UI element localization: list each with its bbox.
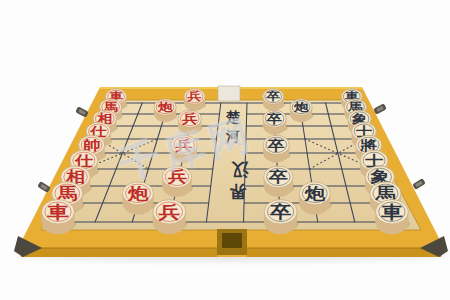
svg-text:楚: 楚 [225,110,241,125]
fold-clasp [373,103,387,114]
svg-text:兵: 兵 [181,113,198,126]
piece-red-soldier[interactable]: 兵 [171,135,198,162]
svg-text:炮: 炮 [127,185,149,203]
piece-black-chariot[interactable]: 車 [375,200,409,235]
piece-red-soldier[interactable]: 兵 [184,89,206,111]
svg-text:兵: 兵 [176,137,194,152]
svg-text:炮: 炮 [304,185,326,203]
svg-text:汉: 汉 [231,160,250,179]
svg-text:卒: 卒 [267,137,286,152]
photo-scene: 楚河汉界 車兵車卒馬炮馬炮相兵象卒仕士帥兵將卒仕士相兵象卒馬炮馬炮車兵車卒 千库… [0,0,450,300]
svg-text:車: 車 [46,203,68,222]
piece-black-soldier[interactable]: 卒 [263,89,285,111]
piece-red-chariot[interactable]: 車 [42,200,76,235]
piece-black-soldier[interactable]: 卒 [264,200,298,235]
svg-text:河: 河 [225,129,240,144]
fold-clasp [412,178,426,190]
piece-black-cannon[interactable]: 炮 [299,182,331,215]
piece-black-cannon[interactable]: 炮 [290,99,313,122]
xiangqi-board: 楚河汉界 車兵車卒馬炮馬炮相兵象卒仕士帥兵將卒仕士相兵象卒馬炮馬炮車兵車卒 [0,0,450,300]
piece-black-soldier[interactable]: 卒 [263,110,288,134]
svg-text:兵: 兵 [158,203,180,222]
svg-text:兵: 兵 [187,91,202,103]
svg-text:兵: 兵 [166,169,186,186]
svg-text:炮: 炮 [293,101,310,114]
piece-red-cannon[interactable]: 炮 [154,99,177,122]
piece-black-soldier[interactable]: 卒 [264,166,295,197]
piece-red-soldier[interactable]: 兵 [178,110,203,134]
svg-text:車: 車 [380,203,402,222]
piece-red-soldier[interactable]: 兵 [162,166,193,197]
svg-text:界: 界 [230,182,247,201]
svg-text:卒: 卒 [268,168,288,186]
svg-text:卒: 卒 [269,203,291,222]
svg-text:卒: 卒 [265,91,280,103]
svg-text:炮: 炮 [157,101,174,114]
svg-text:卒: 卒 [266,113,283,126]
piece-red-cannon[interactable]: 炮 [122,182,154,215]
piece-black-soldier[interactable]: 卒 [263,135,290,162]
piece-red-soldier[interactable]: 兵 [153,200,187,235]
